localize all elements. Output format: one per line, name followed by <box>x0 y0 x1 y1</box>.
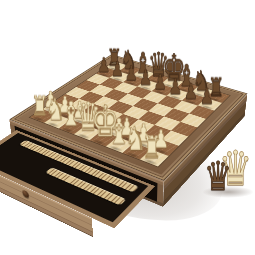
checkers-stack-front <box>45 167 126 205</box>
dark-pawn-a7: ♟ <box>97 55 109 75</box>
light-bishop-f1: ♝ <box>108 114 123 149</box>
light-king-e1: ♚ <box>91 100 105 143</box>
dark-pawn-f7: ♟ <box>168 76 181 97</box>
dark-pawn-d7: ♟ <box>139 68 151 89</box>
chess-set-product-photo: ♜♞♝♛♚♝♞♜♟♟♟♟♟♟♟♟♟♟♟♟♟♟♟♟♜♞♝♛♚♝♞♜ ♛ <box>0 0 255 255</box>
light-rook-h1: ♜ <box>142 132 157 162</box>
drawer-front-panel <box>0 160 117 248</box>
dark-pawn-b7: ♟ <box>111 59 123 79</box>
dark-pawn-g7: ♟ <box>184 81 197 103</box>
light-rook-a1: ♜ <box>31 92 44 119</box>
dark-pawn-h7: ♟ <box>200 86 213 108</box>
spare-dark-queen: ♛ <box>204 156 232 196</box>
light-knight-b1: ♞ <box>45 94 59 125</box>
light-bishop-c1: ♝ <box>60 98 74 131</box>
drawer-knob <box>22 189 29 198</box>
light-knight-g1: ♞ <box>124 122 139 155</box>
dark-pawn-c7: ♟ <box>125 63 137 84</box>
dark-pawn-e7: ♟ <box>153 72 165 93</box>
light-queen-d1: ♛ <box>75 97 89 136</box>
drawer-front-fold <box>0 160 117 248</box>
